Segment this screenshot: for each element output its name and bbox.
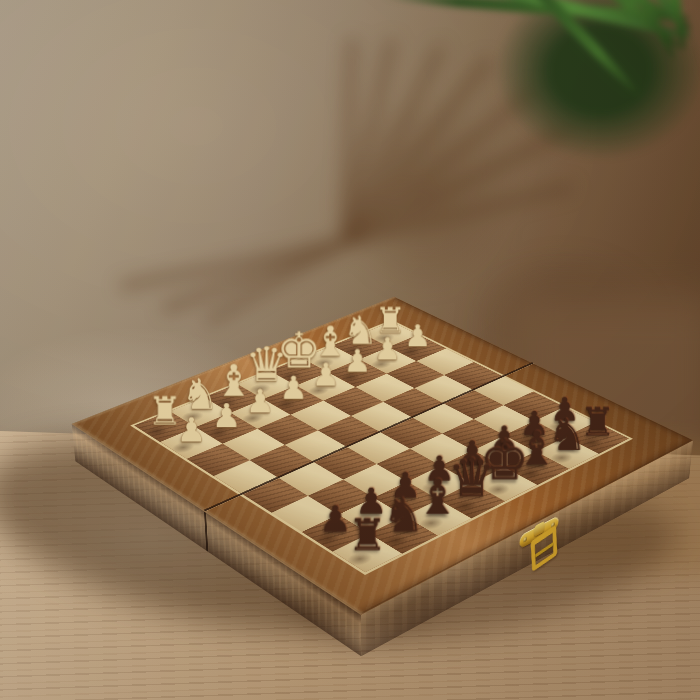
square-a8[interactable]: ♜ — [333, 534, 402, 572]
square-a2[interactable]: ♟ — [160, 427, 222, 459]
fold-seam-side — [204, 511, 208, 552]
scene: ♜♞♝♛♚♝♞♜♟♟♟♟♟♟♟♟♟♟♟♟♟♟♟♟♜♞♝♛♚♝♞♜ — [0, 0, 700, 700]
piece-glyph: ♜ — [323, 514, 412, 558]
piece-glyph: ♟ — [151, 413, 232, 446]
latch-hasp-bar — [535, 542, 553, 557]
